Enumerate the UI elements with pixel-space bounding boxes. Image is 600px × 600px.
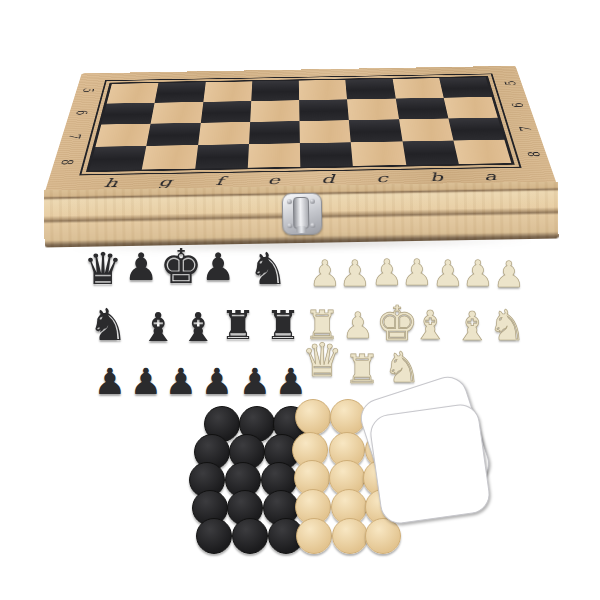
black-pawn: ♟: [94, 364, 126, 400]
white-pawn: ♟: [493, 257, 525, 293]
board-square-e8: [248, 143, 301, 167]
board-square-b7: [399, 118, 454, 141]
board-square-d5: [299, 80, 347, 100]
black-pawn: ♟: [201, 248, 235, 286]
black-pawn: ♟: [239, 364, 271, 400]
board-square-e7: [249, 121, 300, 144]
latch-screw-icon: [310, 223, 315, 228]
chess-board-grid: [86, 76, 515, 172]
black-rook: ♜: [265, 305, 301, 345]
board-square-g8: [142, 145, 198, 170]
board-square-e5: [251, 81, 299, 101]
black-pawn: ♟: [124, 248, 158, 286]
board-frame-line: [79, 73, 521, 175]
board-square-g5: [155, 82, 206, 103]
white-knight: ♞: [488, 305, 526, 347]
black-bishop: ♝: [140, 307, 176, 347]
board-square-c5: [346, 79, 396, 99]
black-knight: ♞: [88, 303, 127, 347]
board-square-f7: [198, 122, 250, 145]
white-bishop: ♝: [412, 305, 448, 345]
white-pawn: ♟: [342, 308, 374, 344]
board-square-c8: [351, 141, 406, 165]
board-square-a8: [453, 140, 511, 164]
white-knight: ♞: [383, 347, 421, 389]
board-square-c7: [349, 119, 402, 142]
checker-disc-wood: [296, 518, 332, 554]
checker-disc-wood: [295, 399, 331, 435]
white-pawn: ♟: [371, 255, 403, 291]
latch-clasp: [280, 191, 323, 236]
latch-screw-icon: [287, 199, 292, 204]
white-queen: ♛: [301, 337, 342, 383]
white-pawn: ♟: [339, 256, 371, 292]
checker-disc-wood: [332, 518, 368, 554]
board-square-f5: [203, 81, 252, 102]
board-square-d7: [299, 120, 350, 143]
board-square-f6: [200, 101, 251, 123]
latch-screw-icon: [310, 199, 315, 204]
die-face-5: [368, 402, 492, 526]
board-square-h5: [107, 83, 159, 104]
board-square-a7: [448, 118, 504, 141]
rank-label-8: 8: [506, 147, 559, 161]
white-pawn: ♟: [309, 256, 341, 292]
white-pawn: ♟: [432, 256, 464, 292]
black-knight: ♞: [248, 247, 287, 291]
checker-disc-black: [196, 518, 232, 554]
white-pawn: ♟: [462, 256, 494, 292]
board-square-g6: [151, 102, 203, 124]
board-square-h7: [95, 124, 150, 147]
white-rook: ♜: [344, 349, 380, 389]
rank-label-7: 7: [49, 130, 100, 143]
board-square-c6: [347, 99, 398, 121]
latch-hasp: [293, 197, 310, 229]
black-rook: ♜: [220, 305, 256, 345]
board-square-b6: [395, 98, 448, 120]
board-square-b5: [392, 78, 443, 98]
board-square-h6: [101, 103, 155, 125]
black-bishop: ♝: [180, 307, 216, 347]
board-square-a6: [443, 97, 497, 119]
rank-label-7: 7: [499, 122, 550, 135]
black-pawn: ♟: [130, 364, 162, 400]
checker-disc-black: [232, 518, 268, 554]
product-photo-scene: 5678 5678 hgfedcba ♛♟♚♟♞♞♝♝♜♜♟♟♟♟♟♟♟♟♟♟♟…: [0, 0, 600, 600]
rank-label-6: 6: [57, 106, 106, 119]
black-pawn: ♟: [201, 364, 233, 400]
black-queen: ♛: [83, 247, 122, 291]
white-bishop: ♝: [454, 306, 490, 346]
latch-screw-icon: [287, 223, 292, 228]
board-square-b8: [402, 141, 458, 165]
black-king: ♚: [159, 242, 202, 290]
board-square-g7: [147, 123, 201, 146]
rank-label-6: 6: [492, 99, 542, 111]
board-square-f8: [195, 144, 249, 169]
rank-label-5: 5: [65, 84, 113, 96]
rank-label-5: 5: [485, 77, 533, 89]
board-square-e6: [250, 100, 300, 122]
board-lid-perspective: 5678 5678 hgfedcba: [45, 66, 557, 193]
board-square-a5: [439, 77, 492, 97]
board-square-d6: [299, 99, 349, 121]
board-square-d8: [300, 142, 353, 166]
black-pawn: ♟: [165, 364, 197, 400]
white-pawn: ♟: [401, 255, 433, 291]
board-square-h8: [89, 146, 146, 171]
rank-label-8: 8: [41, 155, 94, 169]
